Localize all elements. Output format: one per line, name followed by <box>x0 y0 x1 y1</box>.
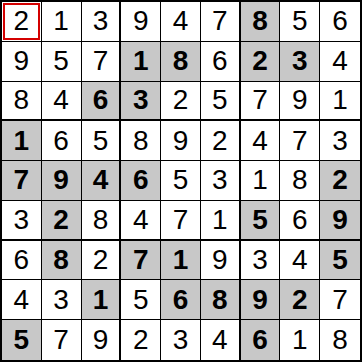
cell-r7c3[interactable]: 2 <box>82 241 122 281</box>
cell-r6c6[interactable]: 1 <box>201 201 241 241</box>
cell-r9c9[interactable]: 8 <box>320 320 360 360</box>
cell-r4c3[interactable]: 5 <box>82 121 122 161</box>
cell-r3c6[interactable]: 5 <box>201 82 241 122</box>
cell-r5c7[interactable]: 1 <box>241 161 281 201</box>
cell-r9c5[interactable]: 3 <box>161 320 201 360</box>
cell-r9c1[interactable]: 5 <box>2 320 42 360</box>
cell-r3c5[interactable]: 2 <box>161 82 201 122</box>
cell-r7c2[interactable]: 8 <box>42 241 82 281</box>
cell-r1c3[interactable]: 3 <box>82 2 122 42</box>
cell-r7c8[interactable]: 4 <box>280 241 320 281</box>
cell-r5c2[interactable]: 9 <box>42 161 82 201</box>
cell-r2c9[interactable]: 4 <box>320 42 360 82</box>
cell-r8c2[interactable]: 3 <box>42 280 82 320</box>
cell-r7c6[interactable]: 9 <box>201 241 241 281</box>
cell-r2c3[interactable]: 7 <box>82 42 122 82</box>
cell-r6c2[interactable]: 2 <box>42 201 82 241</box>
cell-r5c1[interactable]: 7 <box>2 161 42 201</box>
cell-r8c7[interactable]: 9 <box>241 280 281 320</box>
cell-r5c9[interactable]: 2 <box>320 161 360 201</box>
cell-r3c3[interactable]: 6 <box>82 82 122 122</box>
sudoku-board: 2139478569571862348463257911658924737946… <box>0 0 362 362</box>
cell-r4c7[interactable]: 4 <box>241 121 281 161</box>
cell-r4c8[interactable]: 7 <box>280 121 320 161</box>
cell-r6c3[interactable]: 8 <box>82 201 122 241</box>
cell-r8c8[interactable]: 2 <box>280 280 320 320</box>
cell-r1c1[interactable]: 2 <box>2 2 42 42</box>
cell-r8c4[interactable]: 5 <box>121 280 161 320</box>
cell-r9c8[interactable]: 1 <box>280 320 320 360</box>
cell-r1c4[interactable]: 9 <box>121 2 161 42</box>
cell-r7c1[interactable]: 6 <box>2 241 42 281</box>
cell-r2c2[interactable]: 5 <box>42 42 82 82</box>
cell-r6c1[interactable]: 3 <box>2 201 42 241</box>
cell-r5c4[interactable]: 6 <box>121 161 161 201</box>
cell-r8c6[interactable]: 8 <box>201 280 241 320</box>
cell-r4c1[interactable]: 1 <box>2 121 42 161</box>
cell-r2c8[interactable]: 3 <box>280 42 320 82</box>
cell-r6c4[interactable]: 4 <box>121 201 161 241</box>
cell-r2c5[interactable]: 8 <box>161 42 201 82</box>
cell-r7c5[interactable]: 1 <box>161 241 201 281</box>
cell-r7c7[interactable]: 3 <box>241 241 281 281</box>
cell-r8c1[interactable]: 4 <box>2 280 42 320</box>
cell-r1c5[interactable]: 4 <box>161 2 201 42</box>
cell-r6c5[interactable]: 7 <box>161 201 201 241</box>
cell-r7c4[interactable]: 7 <box>121 241 161 281</box>
cell-r4c4[interactable]: 8 <box>121 121 161 161</box>
cell-r8c3[interactable]: 1 <box>82 280 122 320</box>
cell-r9c3[interactable]: 9 <box>82 320 122 360</box>
cell-r4c6[interactable]: 2 <box>201 121 241 161</box>
cell-r8c5[interactable]: 6 <box>161 280 201 320</box>
cell-r5c8[interactable]: 8 <box>280 161 320 201</box>
cell-r7c9[interactable]: 5 <box>320 241 360 281</box>
cell-r2c4[interactable]: 1 <box>121 42 161 82</box>
cell-r8c9[interactable]: 7 <box>320 280 360 320</box>
cell-r3c7[interactable]: 7 <box>241 82 281 122</box>
cell-r9c7[interactable]: 6 <box>241 320 281 360</box>
cell-r1c6[interactable]: 7 <box>201 2 241 42</box>
cell-r5c6[interactable]: 3 <box>201 161 241 201</box>
cell-r3c1[interactable]: 8 <box>2 82 42 122</box>
cell-r3c4[interactable]: 3 <box>121 82 161 122</box>
cell-r3c2[interactable]: 4 <box>42 82 82 122</box>
cell-r3c8[interactable]: 9 <box>280 82 320 122</box>
cell-r9c4[interactable]: 2 <box>121 320 161 360</box>
cell-r2c1[interactable]: 9 <box>2 42 42 82</box>
cell-r2c7[interactable]: 2 <box>241 42 281 82</box>
cell-r3c9[interactable]: 1 <box>320 82 360 122</box>
cell-r5c3[interactable]: 4 <box>82 161 122 201</box>
cell-r1c9[interactable]: 6 <box>320 2 360 42</box>
cell-r1c8[interactable]: 5 <box>280 2 320 42</box>
cell-r2c6[interactable]: 6 <box>201 42 241 82</box>
cell-r4c2[interactable]: 6 <box>42 121 82 161</box>
cell-r9c6[interactable]: 4 <box>201 320 241 360</box>
cell-r6c7[interactable]: 5 <box>241 201 281 241</box>
cell-r1c2[interactable]: 1 <box>42 2 82 42</box>
cell-r6c8[interactable]: 6 <box>280 201 320 241</box>
cell-r9c2[interactable]: 7 <box>42 320 82 360</box>
cell-r1c7[interactable]: 8 <box>241 2 281 42</box>
cell-r6c9[interactable]: 9 <box>320 201 360 241</box>
cell-r4c9[interactable]: 3 <box>320 121 360 161</box>
cell-r5c5[interactable]: 5 <box>161 161 201 201</box>
cell-r4c5[interactable]: 9 <box>161 121 201 161</box>
